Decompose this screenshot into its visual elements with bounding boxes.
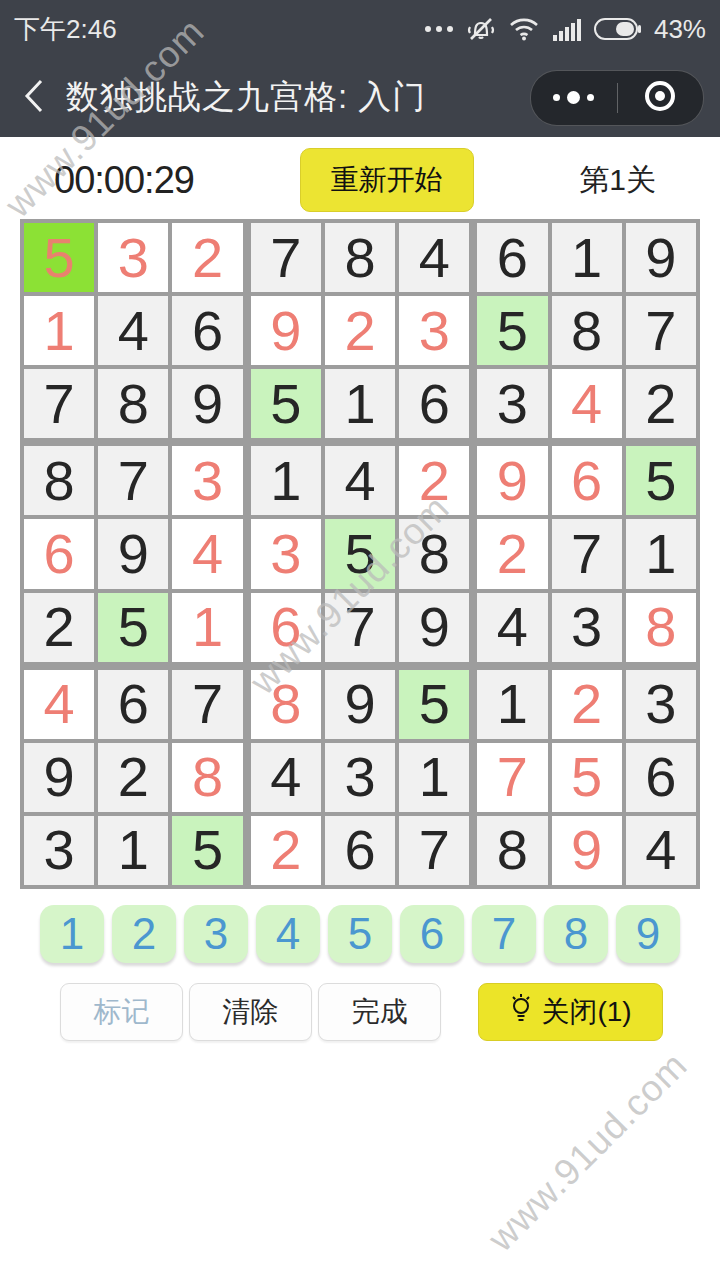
sudoku-cell-r3c3[interactable]: 9	[172, 369, 242, 438]
sudoku-cell-r6c3[interactable]: 1	[172, 593, 242, 662]
sudoku-cell-r7c9[interactable]: 3	[626, 670, 696, 739]
numpad-button-8[interactable]: 8	[544, 905, 608, 963]
sudoku-box: 123756894	[477, 670, 696, 885]
battery-icon	[594, 17, 642, 41]
sudoku-cell-r5c3[interactable]: 4	[172, 519, 242, 588]
sudoku-cell-r6c2[interactable]: 5	[98, 593, 168, 662]
sudoku-cell-r2c1[interactable]: 1	[24, 296, 94, 365]
sudoku-cell-r9c8[interactable]: 9	[552, 816, 622, 885]
sudoku-cell-r3c2[interactable]: 8	[98, 369, 168, 438]
sudoku-cell-r4c5[interactable]: 4	[325, 446, 395, 515]
sudoku-cell-r2c5[interactable]: 2	[325, 296, 395, 365]
sudoku-cell-r9c1[interactable]: 3	[24, 816, 94, 885]
sudoku-cell-r7c1[interactable]: 4	[24, 670, 94, 739]
clock-time: 下午2:46	[14, 12, 117, 47]
sudoku-cell-r4c4[interactable]: 1	[251, 446, 321, 515]
numpad-button-9[interactable]: 9	[616, 905, 680, 963]
sudoku-cell-r6c5[interactable]: 7	[325, 593, 395, 662]
numpad-button-1[interactable]: 1	[40, 905, 104, 963]
sudoku-cell-r8c5[interactable]: 3	[325, 743, 395, 812]
sudoku-cell-r5c6[interactable]: 8	[399, 519, 469, 588]
sudoku-cell-r7c2[interactable]: 6	[98, 670, 168, 739]
number-pad: 123456789	[0, 905, 720, 963]
miniprogram-close-button[interactable]	[618, 71, 704, 125]
sudoku-board: 5321467897849235166195873428736942511423…	[20, 219, 700, 889]
sudoku-cell-r1c2[interactable]: 3	[98, 223, 168, 292]
sudoku-cell-r9c5[interactable]: 6	[325, 816, 395, 885]
numpad-button-4[interactable]: 4	[256, 905, 320, 963]
sudoku-cell-r9c7[interactable]: 8	[477, 816, 547, 885]
sudoku-cell-r1c7[interactable]: 6	[477, 223, 547, 292]
sudoku-box: 873694251	[24, 446, 243, 661]
wechat-record-icon	[643, 79, 677, 116]
sudoku-cell-r8c1[interactable]: 9	[24, 743, 94, 812]
sudoku-cell-r3c9[interactable]: 2	[626, 369, 696, 438]
sudoku-cell-r2c9[interactable]: 7	[626, 296, 696, 365]
sudoku-cell-r7c7[interactable]: 1	[477, 670, 547, 739]
mute-bell-icon	[466, 15, 496, 43]
sudoku-cell-r4c9[interactable]: 5	[626, 446, 696, 515]
sudoku-cell-r1c5[interactable]: 8	[325, 223, 395, 292]
sudoku-cell-r1c4[interactable]: 7	[251, 223, 321, 292]
sudoku-cell-r7c4[interactable]: 8	[251, 670, 321, 739]
sudoku-cell-r9c6[interactable]: 7	[399, 816, 469, 885]
sudoku-cell-r6c1[interactable]: 2	[24, 593, 94, 662]
sudoku-cell-r5c5[interactable]: 5	[325, 519, 395, 588]
sudoku-cell-r3c8[interactable]: 4	[552, 369, 622, 438]
sudoku-cell-r8c7[interactable]: 7	[477, 743, 547, 812]
watermark: www.91ud.com	[480, 1044, 696, 1260]
sudoku-box: 619587342	[477, 223, 696, 438]
sudoku-cell-r8c2[interactable]: 2	[98, 743, 168, 812]
sudoku-cell-r6c9[interactable]: 8	[626, 593, 696, 662]
sudoku-cell-r2c3[interactable]: 6	[172, 296, 242, 365]
sudoku-cell-r8c3[interactable]: 8	[172, 743, 242, 812]
lightbulb-icon	[509, 993, 533, 1032]
sudoku-box: 142358679	[251, 446, 470, 661]
back-button[interactable]	[16, 73, 52, 122]
sudoku-box: 467928315	[24, 670, 243, 885]
sudoku-cell-r7c8[interactable]: 2	[552, 670, 622, 739]
sudoku-cell-r1c6[interactable]: 4	[399, 223, 469, 292]
sudoku-cell-r6c7[interactable]: 4	[477, 593, 547, 662]
sudoku-cell-r9c3[interactable]: 5	[172, 816, 242, 885]
sudoku-cell-r5c7[interactable]: 2	[477, 519, 547, 588]
sudoku-cell-r4c7[interactable]: 9	[477, 446, 547, 515]
sudoku-cell-r2c4[interactable]: 9	[251, 296, 321, 365]
sudoku-cell-r1c8[interactable]: 1	[552, 223, 622, 292]
sudoku-cell-r1c9[interactable]: 9	[626, 223, 696, 292]
game-timer: 00:00:29	[54, 159, 194, 202]
page-title: 数独挑战之九宫格: 入门	[66, 75, 530, 120]
sudoku-cell-r3c6[interactable]: 6	[399, 369, 469, 438]
numpad-button-2[interactable]: 2	[112, 905, 176, 963]
action-bar: 标记 清除 完成 关闭(1)	[0, 983, 720, 1041]
sudoku-cell-r9c2[interactable]: 1	[98, 816, 168, 885]
wechat-more-icon	[553, 91, 594, 104]
sudoku-cell-r9c4[interactable]: 2	[251, 816, 321, 885]
sudoku-cell-r5c4[interactable]: 3	[251, 519, 321, 588]
restart-button[interactable]: 重新开始	[300, 148, 474, 212]
sudoku-cell-r4c2[interactable]: 7	[98, 446, 168, 515]
hint-close-label: 关闭(1)	[541, 993, 631, 1031]
battery-percent: 43%	[654, 14, 706, 45]
sudoku-cell-r6c8[interactable]: 3	[552, 593, 622, 662]
clear-button[interactable]: 清除	[189, 983, 312, 1041]
sudoku-cell-r1c1[interactable]: 5	[24, 223, 94, 292]
sudoku-cell-r5c1[interactable]: 6	[24, 519, 94, 588]
sudoku-cell-r5c8[interactable]: 7	[552, 519, 622, 588]
sudoku-cell-r6c6[interactable]: 9	[399, 593, 469, 662]
miniprogram-capsule	[530, 70, 704, 126]
sudoku-cell-r3c5[interactable]: 1	[325, 369, 395, 438]
hint-close-button[interactable]: 关闭(1)	[478, 983, 663, 1041]
sudoku-cell-r8c9[interactable]: 6	[626, 743, 696, 812]
sudoku-box: 784923516	[251, 223, 470, 438]
sudoku-cell-r3c7[interactable]: 3	[477, 369, 547, 438]
sudoku-cell-r5c2[interactable]: 9	[98, 519, 168, 588]
sudoku-cell-r2c6[interactable]: 3	[399, 296, 469, 365]
sudoku-cell-r2c8[interactable]: 8	[552, 296, 622, 365]
sudoku-cell-r4c3[interactable]: 3	[172, 446, 242, 515]
sudoku-box: 965271438	[477, 446, 696, 661]
sudoku-box: 532146789	[24, 223, 243, 438]
numpad-button-6[interactable]: 6	[400, 905, 464, 963]
sudoku-cell-r7c3[interactable]: 7	[172, 670, 242, 739]
sudoku-cell-r4c1[interactable]: 8	[24, 446, 94, 515]
sudoku-cell-r4c6[interactable]: 2	[399, 446, 469, 515]
back-chevron-icon	[24, 79, 44, 116]
nav-bar: 数独挑战之九宫格: 入门	[0, 58, 720, 137]
sudoku-cell-r1c3[interactable]: 2	[172, 223, 242, 292]
sudoku-cell-r6c4[interactable]: 6	[251, 593, 321, 662]
sudoku-cell-r8c6[interactable]: 1	[399, 743, 469, 812]
done-button[interactable]: 完成	[318, 983, 441, 1041]
sudoku-box: 895431267	[251, 670, 470, 885]
signal-bars-icon	[552, 16, 582, 42]
sudoku-cell-r7c5[interactable]: 9	[325, 670, 395, 739]
status-bar: 下午2:46	[0, 0, 720, 58]
sudoku-cell-r2c2[interactable]: 4	[98, 296, 168, 365]
numpad-button-5[interactable]: 5	[328, 905, 392, 963]
game-toolbar: 00:00:29 重新开始 第1关	[0, 151, 720, 209]
wifi-icon	[508, 16, 540, 42]
more-dots-icon	[424, 24, 454, 34]
sudoku-cell-r8c4[interactable]: 4	[251, 743, 321, 812]
sudoku-cell-r2c7[interactable]: 5	[477, 296, 547, 365]
sudoku-cell-r4c8[interactable]: 6	[552, 446, 622, 515]
numpad-button-3[interactable]: 3	[184, 905, 248, 963]
sudoku-cell-r8c8[interactable]: 5	[552, 743, 622, 812]
numpad-button-7[interactable]: 7	[472, 905, 536, 963]
miniprogram-more-button[interactable]	[531, 71, 617, 125]
sudoku-cell-r9c9[interactable]: 4	[626, 816, 696, 885]
sudoku-cell-r7c6[interactable]: 5	[399, 670, 469, 739]
level-indicator: 第1关	[579, 160, 656, 201]
sudoku-cell-r5c9[interactable]: 1	[626, 519, 696, 588]
sudoku-cell-r3c1[interactable]: 7	[24, 369, 94, 438]
sudoku-cell-r3c4[interactable]: 5	[251, 369, 321, 438]
mark-button[interactable]: 标记	[60, 983, 183, 1041]
